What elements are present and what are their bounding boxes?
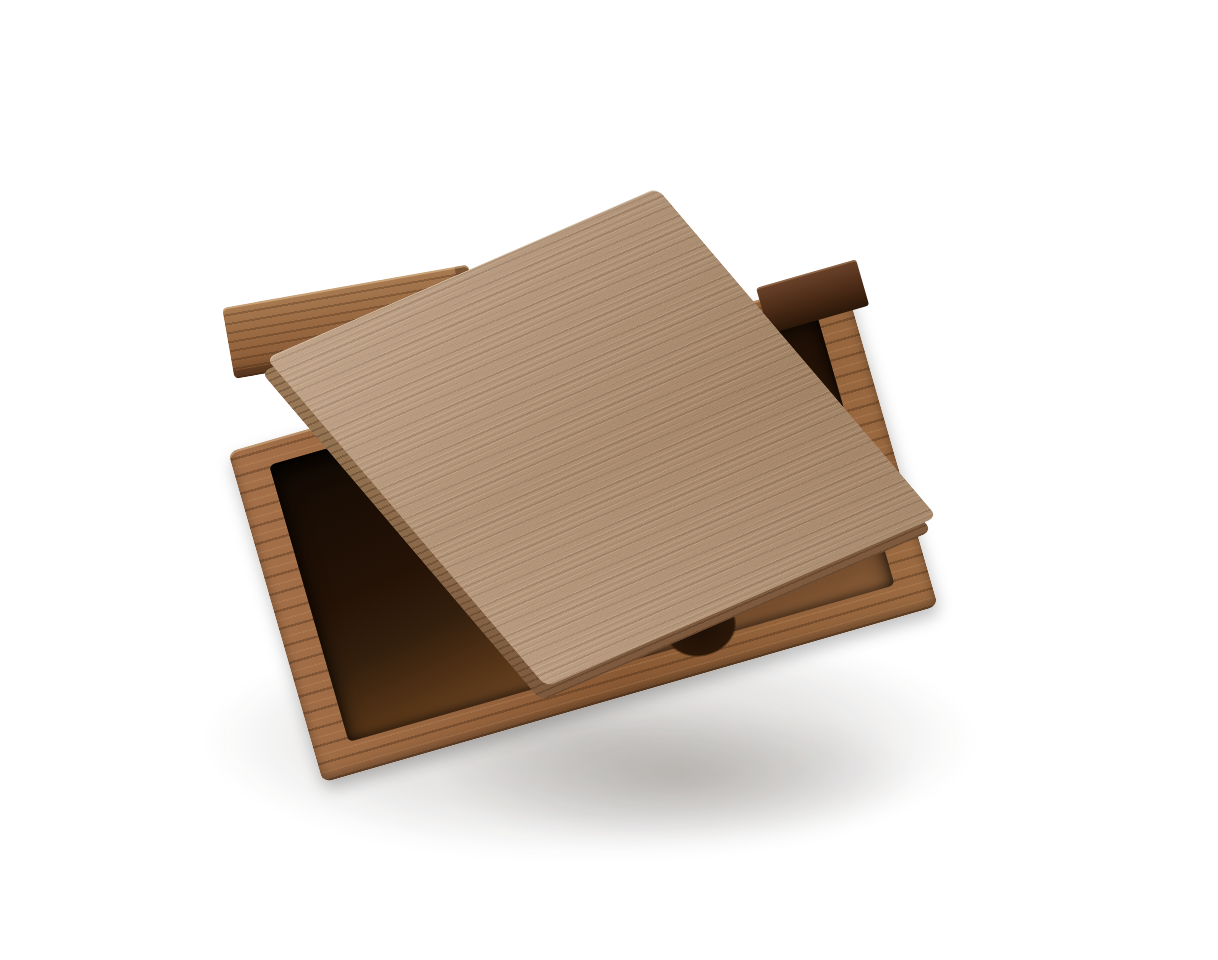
scene [0,0,1218,960]
